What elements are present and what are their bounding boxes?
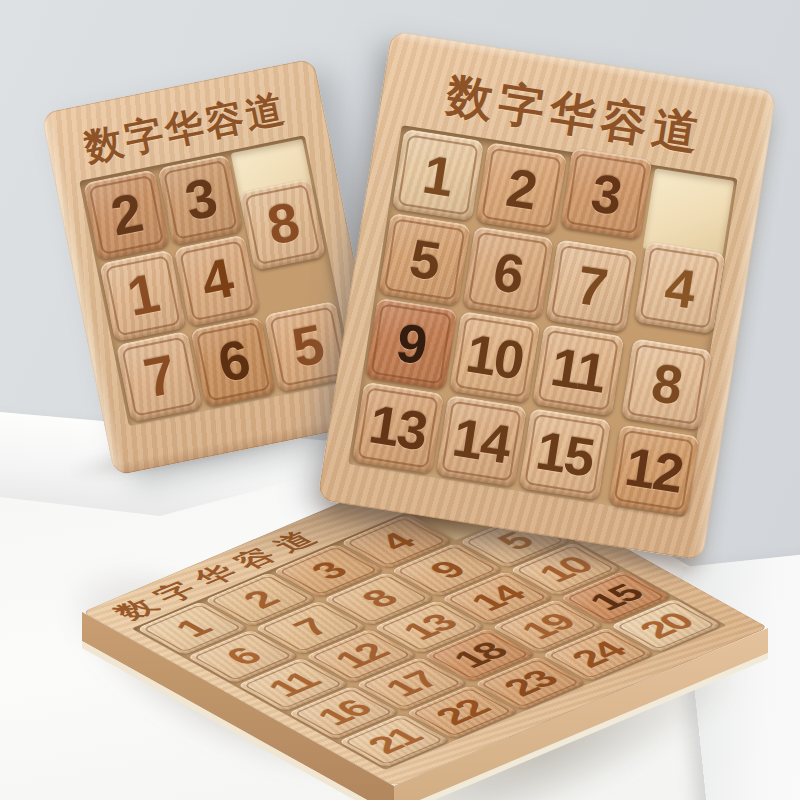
tile-number: 1 [123,266,162,326]
tile-4x4-8[interactable]: 8 [620,337,712,430]
tile-4x4-9[interactable]: 9 [365,297,457,390]
tile-number: 24 [564,638,633,671]
tile-number: 1 [420,146,456,204]
tile-4x4-13[interactable]: 13 [352,381,444,474]
tile-number: 6 [214,332,253,392]
tile-4x4-15[interactable]: 15 [519,408,611,501]
tile-number: 3 [588,165,624,223]
tile-4x4-3[interactable]: 3 [560,147,652,240]
tile-4x4-14[interactable]: 14 [435,394,527,487]
tile-number: 15 [581,581,650,614]
tile-number: 4 [662,259,698,317]
tile-3x3-1[interactable]: 1 [99,250,186,342]
tile-number: 2 [107,185,146,245]
tile-number: 12 [327,639,396,672]
tile-number: 16 [309,696,378,729]
tile-number: 11 [548,339,609,401]
tile-4x4-1[interactable]: 1 [392,129,484,222]
tile-4x4-4[interactable]: 4 [634,241,726,334]
tile-number: 1 [167,616,217,641]
tile-3x3-3[interactable]: 3 [157,154,244,246]
tile-number: 22 [428,695,497,728]
tile-number: 19 [513,610,582,643]
tile-number: 2 [503,159,539,217]
board-3x3-tray: 23148765 [79,135,354,426]
tile-number: 10 [463,326,527,388]
tile-number: 5 [406,230,442,288]
tile-number: 5 [288,317,327,377]
tile-number: 13 [366,397,430,459]
tile-number: 9 [393,315,429,373]
tile-number: 21 [360,724,429,757]
tile-number: 6 [490,244,526,302]
tile-3x3-7[interactable]: 7 [116,330,203,422]
tile-4x4-2[interactable]: 2 [475,142,567,235]
tile-3x3-4[interactable]: 4 [173,235,260,327]
tile-number: 9 [422,557,472,582]
tile-3x3-8[interactable]: 8 [239,178,326,270]
tile-number: 7 [573,257,609,315]
tile-number: 3 [303,558,353,583]
tile-number: 11 [260,668,326,700]
tile-number: 10 [531,553,600,586]
tile-number: 20 [632,609,701,642]
tile-number: 18 [445,638,514,671]
tile-number: 15 [533,423,597,485]
board-4x4: 数字华容道 123567491011813141512 [317,30,777,560]
board-4x4-tray: 123567491011813141512 [348,125,737,517]
tile-4x4-7[interactable]: 7 [545,239,637,332]
tile-number: 8 [263,195,302,255]
tile-number: 4 [197,251,236,311]
tile-3x3-6[interactable]: 6 [190,315,277,407]
tile-number: 6 [218,644,268,669]
tile-number: 4 [371,529,421,554]
product-photo-scene: 数字华容道 1234678951112131410161718191521222… [0,0,800,800]
tile-number: 8 [648,355,684,413]
tile-4x4-5[interactable]: 5 [378,213,470,306]
tile-number: 12 [622,439,686,501]
tile-number: 2 [235,587,285,612]
tile-number: 14 [449,410,513,472]
tile-number: 13 [395,610,464,643]
tile-number: 8 [354,586,404,611]
tile-4x4-6[interactable]: 6 [462,226,554,319]
tile-number: 7 [286,615,336,640]
tile-number: 17 [377,667,446,700]
tile-number: 14 [463,582,532,615]
tile-4x4-12[interactable]: 12 [608,424,700,517]
tile-number: 23 [496,667,565,700]
tile-number: 7 [140,347,179,407]
tile-4x4-11[interactable]: 11 [532,323,624,416]
tile-3x3-2[interactable]: 2 [83,169,170,261]
tile-4x4-10[interactable]: 10 [448,310,540,403]
tile-number: 3 [181,170,220,230]
